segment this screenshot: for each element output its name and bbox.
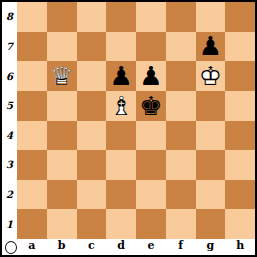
square-f8[interactable] bbox=[166, 2, 196, 32]
square-e5[interactable]: ♚ bbox=[136, 91, 166, 121]
square-g6[interactable]: ♚♔ bbox=[196, 61, 226, 91]
square-h1[interactable] bbox=[225, 209, 255, 239]
square-c3[interactable] bbox=[77, 150, 107, 180]
square-e3[interactable] bbox=[136, 150, 166, 180]
square-g5[interactable] bbox=[196, 91, 226, 121]
rank-label-6: 6 bbox=[2, 61, 17, 91]
piece-black-king: ♚ bbox=[139, 93, 162, 119]
square-e6[interactable]: ♟ bbox=[136, 61, 166, 91]
square-f4[interactable] bbox=[166, 121, 196, 151]
file-label-h: h bbox=[225, 239, 255, 255]
file-label-d: d bbox=[106, 239, 136, 255]
file-label-e: e bbox=[136, 239, 166, 255]
square-b3[interactable] bbox=[47, 150, 77, 180]
square-e8[interactable] bbox=[136, 2, 166, 32]
square-h4[interactable] bbox=[225, 121, 255, 151]
piece-white-bishop: ♝♗ bbox=[109, 93, 132, 119]
square-f3[interactable] bbox=[166, 150, 196, 180]
file-label-b: b bbox=[47, 239, 77, 255]
square-d5[interactable]: ♝♗ bbox=[106, 91, 136, 121]
rank-label-2: 2 bbox=[2, 180, 17, 210]
square-f1[interactable] bbox=[166, 209, 196, 239]
piece-black-pawn: ♟ bbox=[109, 63, 132, 89]
square-d2[interactable] bbox=[106, 180, 136, 210]
rank-label-1: 1 bbox=[2, 209, 17, 239]
square-b8[interactable] bbox=[47, 2, 77, 32]
square-c4[interactable] bbox=[77, 121, 107, 151]
square-d4[interactable] bbox=[106, 121, 136, 151]
square-a8[interactable] bbox=[17, 2, 47, 32]
square-a4[interactable] bbox=[17, 121, 47, 151]
black-pawn-glyph: ♟ bbox=[139, 61, 162, 91]
square-c7[interactable] bbox=[77, 32, 107, 62]
square-b6[interactable]: ♛♕ bbox=[47, 61, 77, 91]
square-h7[interactable] bbox=[225, 32, 255, 62]
file-label-g: g bbox=[196, 239, 226, 255]
square-g4[interactable] bbox=[196, 121, 226, 151]
square-e1[interactable] bbox=[136, 209, 166, 239]
square-d1[interactable] bbox=[106, 209, 136, 239]
square-b5[interactable] bbox=[47, 91, 77, 121]
square-g2[interactable] bbox=[196, 180, 226, 210]
square-b7[interactable] bbox=[47, 32, 77, 62]
rank-label-4: 4 bbox=[2, 121, 17, 151]
piece-black-pawn: ♟ bbox=[139, 63, 162, 89]
square-e7[interactable] bbox=[136, 32, 166, 62]
square-h6[interactable] bbox=[225, 61, 255, 91]
file-label-f: f bbox=[166, 239, 196, 255]
piece-black-pawn: ♟ bbox=[199, 33, 222, 59]
square-d8[interactable] bbox=[106, 2, 136, 32]
square-a1[interactable] bbox=[17, 209, 47, 239]
rank-label-8: 8 bbox=[2, 2, 17, 32]
square-d3[interactable] bbox=[106, 150, 136, 180]
square-c8[interactable] bbox=[77, 2, 107, 32]
square-h8[interactable] bbox=[225, 2, 255, 32]
move-indicator-cell bbox=[2, 239, 17, 255]
chess-diagram: 87♟6♛♕♟♟♚♔5♝♗♚4321abcdefgh bbox=[0, 0, 257, 257]
square-g7[interactable]: ♟ bbox=[196, 32, 226, 62]
square-d7[interactable] bbox=[106, 32, 136, 62]
square-f6[interactable] bbox=[166, 61, 196, 91]
white-bishop-glyph: ♗ bbox=[109, 91, 132, 121]
black-pawn-glyph: ♟ bbox=[109, 61, 132, 91]
square-g3[interactable] bbox=[196, 150, 226, 180]
square-a7[interactable] bbox=[17, 32, 47, 62]
square-f2[interactable] bbox=[166, 180, 196, 210]
square-f5[interactable] bbox=[166, 91, 196, 121]
square-c2[interactable] bbox=[77, 180, 107, 210]
file-label-a: a bbox=[17, 239, 47, 255]
rank-label-7: 7 bbox=[2, 32, 17, 62]
square-b4[interactable] bbox=[47, 121, 77, 151]
piece-white-king: ♚♔ bbox=[199, 63, 222, 89]
square-e4[interactable] bbox=[136, 121, 166, 151]
square-a2[interactable] bbox=[17, 180, 47, 210]
square-f7[interactable] bbox=[166, 32, 196, 62]
square-a5[interactable] bbox=[17, 91, 47, 121]
square-g1[interactable] bbox=[196, 209, 226, 239]
white-queen-glyph: ♕ bbox=[50, 61, 73, 91]
white-king-glyph: ♔ bbox=[199, 61, 222, 91]
square-b2[interactable] bbox=[47, 180, 77, 210]
rank-label-3: 3 bbox=[2, 150, 17, 180]
black-pawn-glyph: ♟ bbox=[199, 32, 222, 62]
square-d6[interactable]: ♟ bbox=[106, 61, 136, 91]
square-h5[interactable] bbox=[225, 91, 255, 121]
file-label-c: c bbox=[77, 239, 107, 255]
square-a6[interactable] bbox=[17, 61, 47, 91]
rank-label-5: 5 bbox=[2, 91, 17, 121]
square-c5[interactable] bbox=[77, 91, 107, 121]
square-b1[interactable] bbox=[47, 209, 77, 239]
square-c6[interactable] bbox=[77, 61, 107, 91]
piece-white-queen: ♛♕ bbox=[50, 63, 73, 89]
square-c1[interactable] bbox=[77, 209, 107, 239]
white-to-move-indicator bbox=[5, 241, 17, 254]
black-king-glyph: ♚ bbox=[139, 91, 162, 121]
square-h2[interactable] bbox=[225, 180, 255, 210]
square-h3[interactable] bbox=[225, 150, 255, 180]
square-g8[interactable] bbox=[196, 2, 226, 32]
square-a3[interactable] bbox=[17, 150, 47, 180]
square-e2[interactable] bbox=[136, 180, 166, 210]
